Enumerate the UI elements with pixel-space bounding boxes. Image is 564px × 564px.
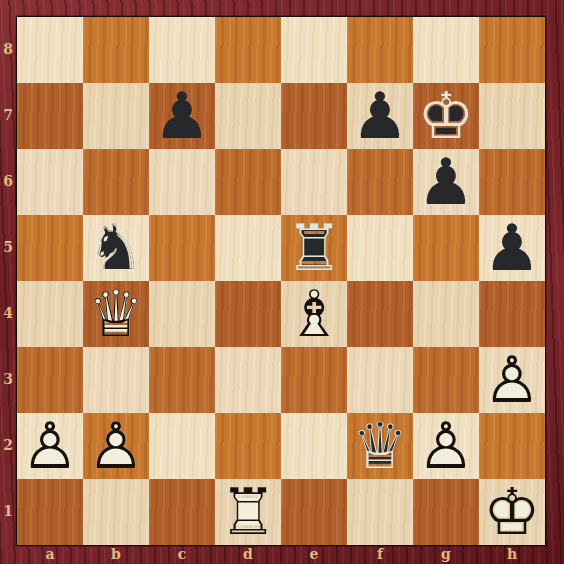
square-a3[interactable] (17, 347, 83, 413)
piece-outline-white-pawn: ♙ (479, 347, 545, 413)
square-f8[interactable] (347, 17, 413, 83)
square-a8[interactable] (17, 17, 83, 83)
square-a6[interactable] (17, 149, 83, 215)
square-g2[interactable]: ♟♙ (413, 413, 479, 479)
piece-black-rook[interactable]: ♜ (281, 215, 347, 281)
piece-white-pawn[interactable]: ♟ (413, 413, 479, 479)
piece-outline-white-rook: ♖ (215, 479, 281, 545)
square-d2[interactable] (215, 413, 281, 479)
square-b2[interactable]: ♟♙ (83, 413, 149, 479)
square-f6[interactable] (347, 149, 413, 215)
piece-black-king[interactable]: ♚ (413, 83, 479, 149)
square-a1[interactable] (17, 479, 83, 545)
piece-black-knight[interactable]: ♞ (83, 215, 149, 281)
square-d6[interactable] (215, 149, 281, 215)
square-e4[interactable]: ♝♗ (281, 281, 347, 347)
piece-outline-black-rook: ♖ (281, 215, 347, 281)
square-b6[interactable] (83, 149, 149, 215)
square-a7[interactable] (17, 83, 83, 149)
square-f2[interactable]: ♛♕ (347, 413, 413, 479)
square-g1[interactable] (413, 479, 479, 545)
piece-outline-black-knight: ♘ (83, 215, 149, 281)
file-label-g: g (413, 546, 479, 564)
square-b4[interactable]: ♛♕ (83, 281, 149, 347)
piece-outline-white-bishop: ♗ (281, 281, 347, 347)
piece-white-pawn[interactable]: ♟ (17, 413, 83, 479)
square-f1[interactable] (347, 479, 413, 545)
square-d7[interactable] (215, 83, 281, 149)
square-f3[interactable] (347, 347, 413, 413)
square-c6[interactable] (149, 149, 215, 215)
square-d5[interactable] (215, 215, 281, 281)
square-b1[interactable] (83, 479, 149, 545)
square-d3[interactable] (215, 347, 281, 413)
square-c4[interactable] (149, 281, 215, 347)
square-g6[interactable]: ♟ (413, 149, 479, 215)
piece-black-pawn[interactable]: ♟ (479, 215, 545, 281)
chess-board: ♟♟♚♔♟♞♘♜♖♟♛♕♝♗♟♙♟♙♟♙♛♕♟♙♜♖♚♔ (16, 16, 546, 546)
file-label-h: h (479, 546, 545, 564)
piece-white-king[interactable]: ♚ (479, 479, 545, 545)
square-h3[interactable]: ♟♙ (479, 347, 545, 413)
square-g3[interactable] (413, 347, 479, 413)
square-c1[interactable] (149, 479, 215, 545)
piece-outline-white-king: ♔ (479, 479, 545, 545)
square-e3[interactable] (281, 347, 347, 413)
square-g7[interactable]: ♚♔ (413, 83, 479, 149)
piece-outline-black-king: ♔ (413, 83, 479, 149)
square-c8[interactable] (149, 17, 215, 83)
piece-white-rook[interactable]: ♜ (215, 479, 281, 545)
square-b3[interactable] (83, 347, 149, 413)
piece-black-pawn[interactable]: ♟ (347, 83, 413, 149)
square-h8[interactable] (479, 17, 545, 83)
rank-label-2: 2 (0, 412, 16, 478)
piece-outline-white-pawn: ♙ (17, 413, 83, 479)
square-f4[interactable] (347, 281, 413, 347)
file-label-e: e (281, 546, 347, 564)
square-d8[interactable] (215, 17, 281, 83)
square-h4[interactable] (479, 281, 545, 347)
rank-label-7: 7 (0, 82, 16, 148)
square-e8[interactable] (281, 17, 347, 83)
square-b8[interactable] (83, 17, 149, 83)
square-h1[interactable]: ♚♔ (479, 479, 545, 545)
square-g8[interactable] (413, 17, 479, 83)
square-e5[interactable]: ♜♖ (281, 215, 347, 281)
piece-outline-white-queen: ♕ (83, 281, 149, 347)
square-g5[interactable] (413, 215, 479, 281)
square-a2[interactable]: ♟♙ (17, 413, 83, 479)
rank-label-5: 5 (0, 214, 16, 280)
piece-black-pawn[interactable]: ♟ (413, 149, 479, 215)
rank-label-6: 6 (0, 148, 16, 214)
square-h2[interactable] (479, 413, 545, 479)
square-e1[interactable] (281, 479, 347, 545)
square-c5[interactable] (149, 215, 215, 281)
square-g4[interactable] (413, 281, 479, 347)
square-h7[interactable] (479, 83, 545, 149)
piece-black-pawn[interactable]: ♟ (149, 83, 215, 149)
square-f5[interactable] (347, 215, 413, 281)
square-h6[interactable] (479, 149, 545, 215)
piece-outline-white-pawn: ♙ (83, 413, 149, 479)
file-label-d: d (215, 546, 281, 564)
piece-white-queen[interactable]: ♛ (83, 281, 149, 347)
file-label-b: b (83, 546, 149, 564)
file-label-c: c (149, 546, 215, 564)
rank-label-1: 1 (0, 478, 16, 544)
piece-outline-white-pawn: ♙ (413, 413, 479, 479)
square-b5[interactable]: ♞♘ (83, 215, 149, 281)
square-c2[interactable] (149, 413, 215, 479)
file-label-a: a (17, 546, 83, 564)
rank-label-3: 3 (0, 346, 16, 412)
piece-white-pawn[interactable]: ♟ (83, 413, 149, 479)
square-a4[interactable] (17, 281, 83, 347)
square-e6[interactable] (281, 149, 347, 215)
piece-outline-black-queen: ♕ (347, 413, 413, 479)
file-label-f: f (347, 546, 413, 564)
square-d4[interactable] (215, 281, 281, 347)
square-a5[interactable] (17, 215, 83, 281)
piece-white-bishop[interactable]: ♝ (281, 281, 347, 347)
square-d1[interactable]: ♜♖ (215, 479, 281, 545)
square-b7[interactable] (83, 83, 149, 149)
rank-label-8: 8 (0, 16, 16, 82)
chess-diagram: ♟♟♚♔♟♞♘♜♖♟♛♕♝♗♟♙♟♙♟♙♛♕♟♙♜♖♚♔ 87654321abc… (0, 0, 564, 564)
piece-white-pawn[interactable]: ♟ (479, 347, 545, 413)
square-h5[interactable]: ♟ (479, 215, 545, 281)
square-f7[interactable]: ♟ (347, 83, 413, 149)
piece-black-queen[interactable]: ♛ (347, 413, 413, 479)
rank-label-4: 4 (0, 280, 16, 346)
square-e7[interactable] (281, 83, 347, 149)
square-c7[interactable]: ♟ (149, 83, 215, 149)
square-c3[interactable] (149, 347, 215, 413)
square-e2[interactable] (281, 413, 347, 479)
